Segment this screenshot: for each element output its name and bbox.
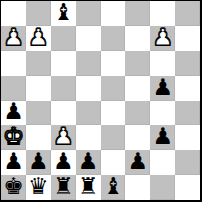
black-rook-d1: ♜ (78, 175, 99, 198)
square-g5[interactable]: ♟ (150, 76, 175, 101)
square-d6[interactable] (76, 51, 101, 76)
square-c1[interactable]: ♜ (51, 175, 76, 200)
square-f5[interactable] (125, 76, 150, 101)
square-a3[interactable]: ♚ (1, 125, 26, 150)
black-pawn-c2: ♟ (53, 150, 74, 173)
square-a8[interactable] (1, 1, 26, 26)
square-c6[interactable] (51, 51, 76, 76)
square-b4[interactable] (26, 101, 51, 126)
square-a6[interactable] (1, 51, 26, 76)
square-h8[interactable] (175, 1, 200, 26)
square-b2[interactable]: ♟ (26, 150, 51, 175)
square-g4[interactable] (150, 101, 175, 126)
square-f8[interactable] (125, 1, 150, 26)
square-g6[interactable] (150, 51, 175, 76)
white-pawn-g7: ♟ (152, 26, 173, 49)
square-a4[interactable]: ♟ (1, 101, 26, 126)
square-h6[interactable] (175, 51, 200, 76)
black-pawn-f2: ♟ (128, 150, 149, 173)
square-e8[interactable] (101, 1, 126, 26)
square-g1[interactable] (150, 175, 175, 200)
square-d3[interactable] (76, 125, 101, 150)
black-bishop-c8: ♝ (53, 1, 74, 24)
square-a5[interactable] (1, 76, 26, 101)
square-g2[interactable] (150, 150, 175, 175)
square-b6[interactable] (26, 51, 51, 76)
square-h5[interactable] (175, 76, 200, 101)
square-h4[interactable] (175, 101, 200, 126)
black-pawn-a2: ♟ (3, 150, 24, 173)
square-e7[interactable] (101, 26, 126, 51)
black-pawn-b2: ♟ (28, 150, 49, 173)
square-d7[interactable] (76, 26, 101, 51)
square-b8[interactable] (26, 1, 51, 26)
white-pawn-a7: ♟ (3, 26, 24, 49)
square-b1[interactable]: ♛ (26, 175, 51, 200)
white-pawn-b7: ♟ (28, 26, 49, 49)
square-c2[interactable]: ♟ (51, 150, 76, 175)
square-h1[interactable] (175, 175, 200, 200)
square-d8[interactable] (76, 1, 101, 26)
square-c3[interactable]: ♟ (51, 125, 76, 150)
square-f6[interactable] (125, 51, 150, 76)
black-pawn-g5: ♟ (152, 76, 173, 99)
black-pawn-g3: ♟ (152, 125, 173, 148)
square-b7[interactable]: ♟ (26, 26, 51, 51)
square-g8[interactable] (150, 1, 175, 26)
black-rook-c1: ♜ (53, 175, 74, 198)
square-g7[interactable]: ♟ (150, 26, 175, 51)
square-a7[interactable]: ♟ (1, 26, 26, 51)
square-c7[interactable] (51, 26, 76, 51)
chessboard: ♝♟♟♟♟♟♚♟♟♟♟♟♟♟♚♛♜♜♝ (1, 1, 200, 200)
black-bishop-e1: ♝ (103, 175, 124, 198)
square-c4[interactable] (51, 101, 76, 126)
square-f4[interactable] (125, 101, 150, 126)
square-e1[interactable]: ♝ (101, 175, 126, 200)
black-queen-b1: ♛ (28, 175, 49, 198)
square-h2[interactable] (175, 150, 200, 175)
square-e4[interactable] (101, 101, 126, 126)
square-d4[interactable] (76, 101, 101, 126)
black-pawn-d2: ♟ (78, 150, 99, 173)
square-g3[interactable]: ♟ (150, 125, 175, 150)
square-d5[interactable] (76, 76, 101, 101)
square-f7[interactable] (125, 26, 150, 51)
square-b3[interactable] (26, 125, 51, 150)
square-a1[interactable]: ♚ (1, 175, 26, 200)
square-a2[interactable]: ♟ (1, 150, 26, 175)
square-e2[interactable] (101, 150, 126, 175)
square-d2[interactable]: ♟ (76, 150, 101, 175)
square-d1[interactable]: ♜ (76, 175, 101, 200)
square-b5[interactable] (26, 76, 51, 101)
square-h3[interactable] (175, 125, 200, 150)
square-c5[interactable] (51, 76, 76, 101)
square-h7[interactable] (175, 26, 200, 51)
square-e3[interactable] (101, 125, 126, 150)
black-king-a1: ♚ (3, 175, 24, 198)
square-c8[interactable]: ♝ (51, 1, 76, 26)
black-pawn-a4: ♟ (3, 101, 24, 124)
square-f3[interactable] (125, 125, 150, 150)
square-e5[interactable] (101, 76, 126, 101)
square-f2[interactable]: ♟ (125, 150, 150, 175)
chessboard-frame: ♝♟♟♟♟♟♚♟♟♟♟♟♟♟♚♛♜♜♝ (0, 0, 202, 202)
white-king-a3: ♚ (3, 125, 24, 148)
white-pawn-c3: ♟ (53, 125, 74, 148)
square-e6[interactable] (101, 51, 126, 76)
square-f1[interactable] (125, 175, 150, 200)
